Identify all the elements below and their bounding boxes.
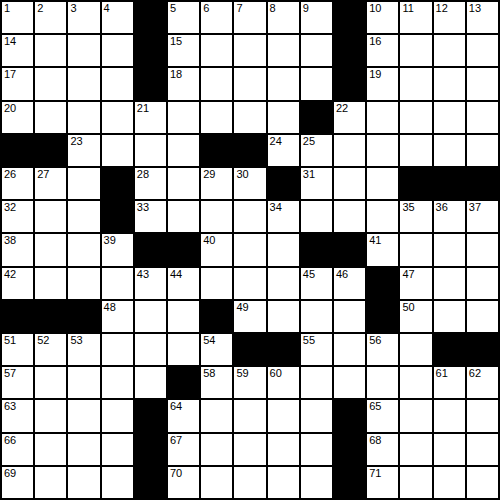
cell-r8c12[interactable]: 41 — [367, 234, 398, 265]
black-cell-r5c8 — [234, 135, 265, 166]
cell-r1c7[interactable]: 6 — [201, 2, 232, 33]
cell-r9c13[interactable]: 47 — [400, 268, 431, 299]
cell-r13c1[interactable]: 63 — [2, 400, 33, 431]
cell-r13c15[interactable] — [467, 400, 498, 431]
cell-r9c1[interactable]: 42 — [2, 268, 33, 299]
cell-r1c9[interactable]: 8 — [268, 2, 299, 33]
clue-number-44: 44 — [170, 268, 182, 280]
cell-r11c3[interactable]: 53 — [68, 334, 99, 365]
cell-r12c7[interactable]: 58 — [201, 367, 232, 398]
cell-r9c2[interactable] — [35, 268, 66, 299]
cell-r12c11[interactable] — [334, 367, 365, 398]
clue-number-10: 10 — [369, 2, 381, 14]
clue-number-25: 25 — [303, 135, 315, 147]
clue-number-36: 36 — [436, 201, 448, 213]
black-cell-r6c14 — [434, 168, 465, 199]
clue-number-27: 27 — [37, 168, 49, 180]
cell-r5c4[interactable] — [102, 135, 133, 166]
cell-r15c8[interactable] — [234, 467, 265, 498]
cell-r9c14[interactable] — [434, 268, 465, 299]
black-cell-r9c12 — [367, 268, 398, 299]
crossword-grid: 1234567891011121314151617181920212223242… — [0, 0, 500, 500]
cell-r9c6[interactable]: 44 — [168, 268, 199, 299]
cell-r1c10[interactable]: 9 — [301, 2, 332, 33]
cell-r7c6[interactable] — [168, 201, 199, 232]
cell-r10c10[interactable] — [301, 301, 332, 332]
black-cell-r5c1 — [2, 135, 33, 166]
cell-r9c7[interactable] — [201, 268, 232, 299]
cell-r2c6[interactable]: 15 — [168, 35, 199, 66]
cell-r2c15[interactable] — [467, 35, 498, 66]
clue-number-23: 23 — [70, 135, 82, 147]
cell-r7c5[interactable]: 33 — [135, 201, 166, 232]
cell-r15c1[interactable]: 69 — [2, 467, 33, 498]
clue-number-29: 29 — [203, 168, 215, 180]
cell-r3c8[interactable] — [234, 68, 265, 99]
cell-r3c12[interactable]: 19 — [367, 68, 398, 99]
cell-r6c10[interactable]: 31 — [301, 168, 332, 199]
cell-r9c3[interactable] — [68, 268, 99, 299]
clue-number-45: 45 — [303, 268, 315, 280]
clue-number-18: 18 — [170, 68, 182, 80]
cell-r2c10[interactable] — [301, 35, 332, 66]
cell-r6c8[interactable]: 30 — [234, 168, 265, 199]
cell-r11c2[interactable]: 52 — [35, 334, 66, 365]
cell-r4c6[interactable] — [168, 102, 199, 133]
cell-r12c5[interactable] — [135, 367, 166, 398]
cell-r8c13[interactable] — [400, 234, 431, 265]
cell-r1c15[interactable]: 13 — [467, 2, 498, 33]
black-cell-r10c1 — [2, 301, 33, 332]
clue-number-69: 69 — [4, 467, 16, 479]
cell-r15c9[interactable] — [268, 467, 299, 498]
cell-r11c7[interactable]: 54 — [201, 334, 232, 365]
cell-r14c8[interactable] — [234, 434, 265, 465]
clue-number-55: 55 — [303, 334, 315, 346]
black-cell-r8c6 — [168, 234, 199, 265]
clue-number-33: 33 — [137, 201, 149, 213]
clue-number-41: 41 — [369, 234, 381, 246]
cell-r12c1[interactable]: 57 — [2, 367, 33, 398]
black-cell-r3c5 — [135, 68, 166, 99]
black-cell-r8c11 — [334, 234, 365, 265]
clue-number-17: 17 — [4, 68, 16, 80]
cell-r12c3[interactable] — [68, 367, 99, 398]
cell-r5c12[interactable] — [367, 135, 398, 166]
crossword-board: 1234567891011121314151617181920212223242… — [0, 0, 500, 500]
black-cell-r12c6 — [168, 367, 199, 398]
clue-number-9: 9 — [303, 2, 309, 14]
black-cell-r13c11 — [334, 400, 365, 431]
cell-r8c9[interactable] — [268, 234, 299, 265]
cell-r13c3[interactable] — [68, 400, 99, 431]
cell-r10c9[interactable] — [268, 301, 299, 332]
cell-r7c9[interactable]: 34 — [268, 201, 299, 232]
cell-r15c7[interactable] — [201, 467, 232, 498]
cell-r8c14[interactable] — [434, 234, 465, 265]
cell-r6c12[interactable] — [367, 168, 398, 199]
cell-r2c2[interactable] — [35, 35, 66, 66]
cell-r4c14[interactable] — [434, 102, 465, 133]
clue-number-59: 59 — [236, 367, 248, 379]
black-cell-r4c10 — [301, 102, 332, 133]
cell-r14c6[interactable]: 67 — [168, 434, 199, 465]
cell-r2c7[interactable] — [201, 35, 232, 66]
cell-r13c7[interactable] — [201, 400, 232, 431]
cell-r4c3[interactable] — [68, 102, 99, 133]
cell-r4c1[interactable]: 20 — [2, 102, 33, 133]
cell-r13c12[interactable]: 65 — [367, 400, 398, 431]
clue-number-26: 26 — [4, 168, 16, 180]
cell-r11c6[interactable] — [168, 334, 199, 365]
cell-r14c14[interactable] — [434, 434, 465, 465]
cell-r6c2[interactable]: 27 — [35, 168, 66, 199]
clue-number-43: 43 — [137, 268, 149, 280]
cell-r3c14[interactable] — [434, 68, 465, 99]
cell-r3c3[interactable] — [68, 68, 99, 99]
black-cell-r10c12 — [367, 301, 398, 332]
black-cell-r11c15 — [467, 334, 498, 365]
clue-number-40: 40 — [203, 234, 215, 246]
clue-number-13: 13 — [469, 2, 481, 14]
cell-r3c1[interactable]: 17 — [2, 68, 33, 99]
cell-r6c11[interactable] — [334, 168, 365, 199]
clue-number-53: 53 — [70, 334, 82, 346]
black-cell-r8c5 — [135, 234, 166, 265]
cell-r3c2[interactable] — [35, 68, 66, 99]
clue-number-24: 24 — [270, 135, 282, 147]
clue-number-20: 20 — [4, 102, 16, 114]
cell-r14c2[interactable] — [35, 434, 66, 465]
clue-number-65: 65 — [369, 400, 381, 412]
black-cell-r14c5 — [135, 434, 166, 465]
black-cell-r11c9 — [268, 334, 299, 365]
cell-r1c6[interactable]: 5 — [168, 2, 199, 33]
cell-r10c5[interactable] — [135, 301, 166, 332]
clue-number-1: 1 — [4, 2, 10, 14]
cell-r13c4[interactable] — [102, 400, 133, 431]
cell-r12c10[interactable] — [301, 367, 332, 398]
clue-number-12: 12 — [436, 2, 448, 14]
cell-r4c4[interactable] — [102, 102, 133, 133]
black-cell-r15c5 — [135, 467, 166, 498]
black-cell-r14c11 — [334, 434, 365, 465]
clue-number-37: 37 — [469, 201, 481, 213]
cell-r15c13[interactable] — [400, 467, 431, 498]
cell-r2c4[interactable] — [102, 35, 133, 66]
cell-r1c1[interactable]: 1 — [2, 2, 33, 33]
clue-number-50: 50 — [402, 301, 414, 313]
clue-number-46: 46 — [336, 268, 348, 280]
clue-number-4: 4 — [104, 2, 110, 14]
cell-r3c7[interactable] — [201, 68, 232, 99]
clue-number-51: 51 — [4, 334, 16, 346]
clue-number-67: 67 — [170, 434, 182, 446]
clue-number-64: 64 — [170, 400, 182, 412]
cell-r13c10[interactable] — [301, 400, 332, 431]
cell-r11c12[interactable]: 56 — [367, 334, 398, 365]
cell-r14c12[interactable]: 68 — [367, 434, 398, 465]
clue-number-2: 2 — [37, 2, 43, 14]
clue-number-63: 63 — [4, 400, 16, 412]
clue-number-62: 62 — [469, 367, 481, 379]
clue-number-7: 7 — [236, 2, 242, 14]
cell-r9c8[interactable] — [234, 268, 265, 299]
black-cell-r15c11 — [334, 467, 365, 498]
clue-number-38: 38 — [4, 234, 16, 246]
cell-r11c1[interactable]: 51 — [2, 334, 33, 365]
cell-r10c15[interactable] — [467, 301, 498, 332]
cell-r4c12[interactable] — [367, 102, 398, 133]
cell-r15c2[interactable] — [35, 467, 66, 498]
clue-number-57: 57 — [4, 367, 16, 379]
cell-r10c4[interactable]: 48 — [102, 301, 133, 332]
cell-r5c13[interactable] — [400, 135, 431, 166]
cell-r3c4[interactable] — [102, 68, 133, 99]
cell-r4c2[interactable] — [35, 102, 66, 133]
clue-number-11: 11 — [402, 2, 413, 14]
clue-number-35: 35 — [402, 201, 414, 213]
cell-r15c4[interactable] — [102, 467, 133, 498]
cell-r7c12[interactable] — [367, 201, 398, 232]
clue-number-54: 54 — [203, 334, 215, 346]
cell-r7c8[interactable] — [234, 201, 265, 232]
black-cell-r6c9 — [268, 168, 299, 199]
black-cell-r7c4 — [102, 201, 133, 232]
clue-number-66: 66 — [4, 434, 16, 446]
cell-r10c11[interactable] — [334, 301, 365, 332]
cell-r11c4[interactable] — [102, 334, 133, 365]
cell-r7c15[interactable]: 37 — [467, 201, 498, 232]
black-cell-r6c15 — [467, 168, 498, 199]
cell-r6c3[interactable] — [68, 168, 99, 199]
cell-r10c14[interactable] — [434, 301, 465, 332]
cell-r2c14[interactable] — [434, 35, 465, 66]
cell-r2c1[interactable]: 14 — [2, 35, 33, 66]
clue-number-48: 48 — [104, 301, 116, 313]
cell-r14c10[interactable] — [301, 434, 332, 465]
clue-number-30: 30 — [236, 168, 248, 180]
cell-r7c11[interactable] — [334, 201, 365, 232]
cell-r5c6[interactable] — [168, 135, 199, 166]
black-cell-r2c5 — [135, 35, 166, 66]
black-cell-r1c11 — [334, 2, 365, 33]
cell-r14c7[interactable] — [201, 434, 232, 465]
cell-r1c13[interactable]: 11 — [400, 2, 431, 33]
cell-r14c4[interactable] — [102, 434, 133, 465]
cell-r7c3[interactable] — [68, 201, 99, 232]
clue-number-3: 3 — [70, 2, 76, 14]
cell-r5c3[interactable]: 23 — [68, 135, 99, 166]
cell-r3c6[interactable]: 18 — [168, 68, 199, 99]
cell-r4c13[interactable] — [400, 102, 431, 133]
cell-r2c12[interactable]: 16 — [367, 35, 398, 66]
cell-r13c6[interactable]: 64 — [168, 400, 199, 431]
cell-r5c11[interactable] — [334, 135, 365, 166]
cell-r15c10[interactable] — [301, 467, 332, 498]
clue-number-16: 16 — [369, 35, 381, 47]
cell-r12c15[interactable]: 62 — [467, 367, 498, 398]
clue-number-15: 15 — [170, 35, 182, 47]
clue-number-68: 68 — [369, 434, 381, 446]
cell-r7c1[interactable]: 32 — [2, 201, 33, 232]
cell-r8c15[interactable] — [467, 234, 498, 265]
cell-r1c2[interactable]: 2 — [35, 2, 66, 33]
cell-r8c1[interactable]: 38 — [2, 234, 33, 265]
cell-r9c10[interactable]: 45 — [301, 268, 332, 299]
black-cell-r5c2 — [35, 135, 66, 166]
cell-r1c12[interactable]: 10 — [367, 2, 398, 33]
cell-r1c14[interactable]: 12 — [434, 2, 465, 33]
clue-number-14: 14 — [4, 35, 16, 47]
cell-r8c8[interactable] — [234, 234, 265, 265]
clue-number-71: 71 — [369, 467, 381, 479]
clue-number-31: 31 — [303, 168, 315, 180]
black-cell-r13c5 — [135, 400, 166, 431]
cell-r9c11[interactable]: 46 — [334, 268, 365, 299]
cell-r12c12[interactable] — [367, 367, 398, 398]
cell-r9c9[interactable] — [268, 268, 299, 299]
cell-r10c13[interactable]: 50 — [400, 301, 431, 332]
cell-r2c8[interactable] — [234, 35, 265, 66]
clue-number-28: 28 — [137, 168, 149, 180]
cell-r10c6[interactable] — [168, 301, 199, 332]
cell-r7c14[interactable]: 36 — [434, 201, 465, 232]
cell-r11c10[interactable]: 55 — [301, 334, 332, 365]
black-cell-r6c13 — [400, 168, 431, 199]
clue-number-22: 22 — [336, 102, 348, 114]
clue-number-47: 47 — [402, 268, 414, 280]
cell-r6c7[interactable]: 29 — [201, 168, 232, 199]
clue-number-5: 5 — [170, 2, 176, 14]
cell-r6c5[interactable]: 28 — [135, 168, 166, 199]
cell-r6c6[interactable] — [168, 168, 199, 199]
black-cell-r8c10 — [301, 234, 332, 265]
cell-r12c2[interactable] — [35, 367, 66, 398]
cell-r7c7[interactable] — [201, 201, 232, 232]
cell-r13c13[interactable] — [400, 400, 431, 431]
cell-r14c9[interactable] — [268, 434, 299, 465]
cell-r5c14[interactable] — [434, 135, 465, 166]
cell-r5c10[interactable]: 25 — [301, 135, 332, 166]
cell-r3c9[interactable] — [268, 68, 299, 99]
clue-number-34: 34 — [270, 201, 282, 213]
black-cell-r6c4 — [102, 168, 133, 199]
cell-r8c4[interactable]: 39 — [102, 234, 133, 265]
cell-r4c15[interactable] — [467, 102, 498, 133]
cell-r12c8[interactable]: 59 — [234, 367, 265, 398]
black-cell-r3c11 — [334, 68, 365, 99]
clue-number-49: 49 — [236, 301, 248, 313]
cell-r3c10[interactable] — [301, 68, 332, 99]
cell-r2c3[interactable] — [68, 35, 99, 66]
clue-number-6: 6 — [203, 2, 209, 14]
cell-r4c11[interactable]: 22 — [334, 102, 365, 133]
clue-number-39: 39 — [104, 234, 116, 246]
cell-r15c12[interactable]: 71 — [367, 467, 398, 498]
cell-r14c13[interactable] — [400, 434, 431, 465]
cell-r5c15[interactable] — [467, 135, 498, 166]
cell-r8c3[interactable] — [68, 234, 99, 265]
cell-r8c7[interactable]: 40 — [201, 234, 232, 265]
cell-r11c5[interactable] — [135, 334, 166, 365]
clue-number-61: 61 — [436, 367, 448, 379]
black-cell-r10c2 — [35, 301, 66, 332]
cell-r1c3[interactable]: 3 — [68, 2, 99, 33]
cell-r4c7[interactable] — [201, 102, 232, 133]
clue-number-21: 21 — [137, 102, 149, 114]
cell-r4c5[interactable]: 21 — [135, 102, 166, 133]
black-cell-r1c5 — [135, 2, 166, 33]
black-cell-r11c8 — [234, 334, 265, 365]
cell-r13c14[interactable] — [434, 400, 465, 431]
cell-r15c3[interactable] — [68, 467, 99, 498]
black-cell-r5c7 — [201, 135, 232, 166]
cell-r11c13[interactable] — [400, 334, 431, 365]
cell-r12c14[interactable]: 61 — [434, 367, 465, 398]
clue-number-8: 8 — [270, 2, 276, 14]
cell-r14c3[interactable] — [68, 434, 99, 465]
black-cell-r11c14 — [434, 334, 465, 365]
cell-r12c4[interactable] — [102, 367, 133, 398]
cell-r11c11[interactable] — [334, 334, 365, 365]
cell-r1c4[interactable]: 4 — [102, 2, 133, 33]
cell-r7c2[interactable] — [35, 201, 66, 232]
clue-number-52: 52 — [37, 334, 49, 346]
cell-r3c15[interactable] — [467, 68, 498, 99]
clue-number-56: 56 — [369, 334, 381, 346]
cell-r5c9[interactable]: 24 — [268, 135, 299, 166]
cell-r13c9[interactable] — [268, 400, 299, 431]
cell-r3c13[interactable] — [400, 68, 431, 99]
cell-r13c8[interactable] — [234, 400, 265, 431]
black-cell-r10c3 — [68, 301, 99, 332]
cell-r9c15[interactable] — [467, 268, 498, 299]
clue-number-42: 42 — [4, 268, 16, 280]
cell-r4c9[interactable] — [268, 102, 299, 133]
clue-number-70: 70 — [170, 467, 182, 479]
cell-r8c2[interactable] — [35, 234, 66, 265]
cell-r14c1[interactable]: 66 — [2, 434, 33, 465]
cell-r15c15[interactable] — [467, 467, 498, 498]
cell-r12c13[interactable] — [400, 367, 431, 398]
cell-r15c6[interactable]: 70 — [168, 467, 199, 498]
cell-r12c9[interactable]: 60 — [268, 367, 299, 398]
cell-r10c8[interactable]: 49 — [234, 301, 265, 332]
cell-r7c10[interactable] — [301, 201, 332, 232]
black-cell-r10c7 — [201, 301, 232, 332]
cell-r6c1[interactable]: 26 — [2, 168, 33, 199]
cell-r14c15[interactable] — [467, 434, 498, 465]
cell-r7c13[interactable]: 35 — [400, 201, 431, 232]
black-cell-r2c11 — [334, 35, 365, 66]
cell-r15c14[interactable] — [434, 467, 465, 498]
clue-number-60: 60 — [270, 367, 282, 379]
cell-r2c9[interactable] — [268, 35, 299, 66]
cell-r4c8[interactable] — [234, 102, 265, 133]
clue-number-58: 58 — [203, 367, 215, 379]
cell-r9c4[interactable] — [102, 268, 133, 299]
cell-r13c2[interactable] — [35, 400, 66, 431]
cell-r2c13[interactable] — [400, 35, 431, 66]
cell-r9c5[interactable]: 43 — [135, 268, 166, 299]
clue-number-19: 19 — [369, 68, 381, 80]
cell-r5c5[interactable] — [135, 135, 166, 166]
clue-number-32: 32 — [4, 201, 16, 213]
cell-r1c8[interactable]: 7 — [234, 2, 265, 33]
